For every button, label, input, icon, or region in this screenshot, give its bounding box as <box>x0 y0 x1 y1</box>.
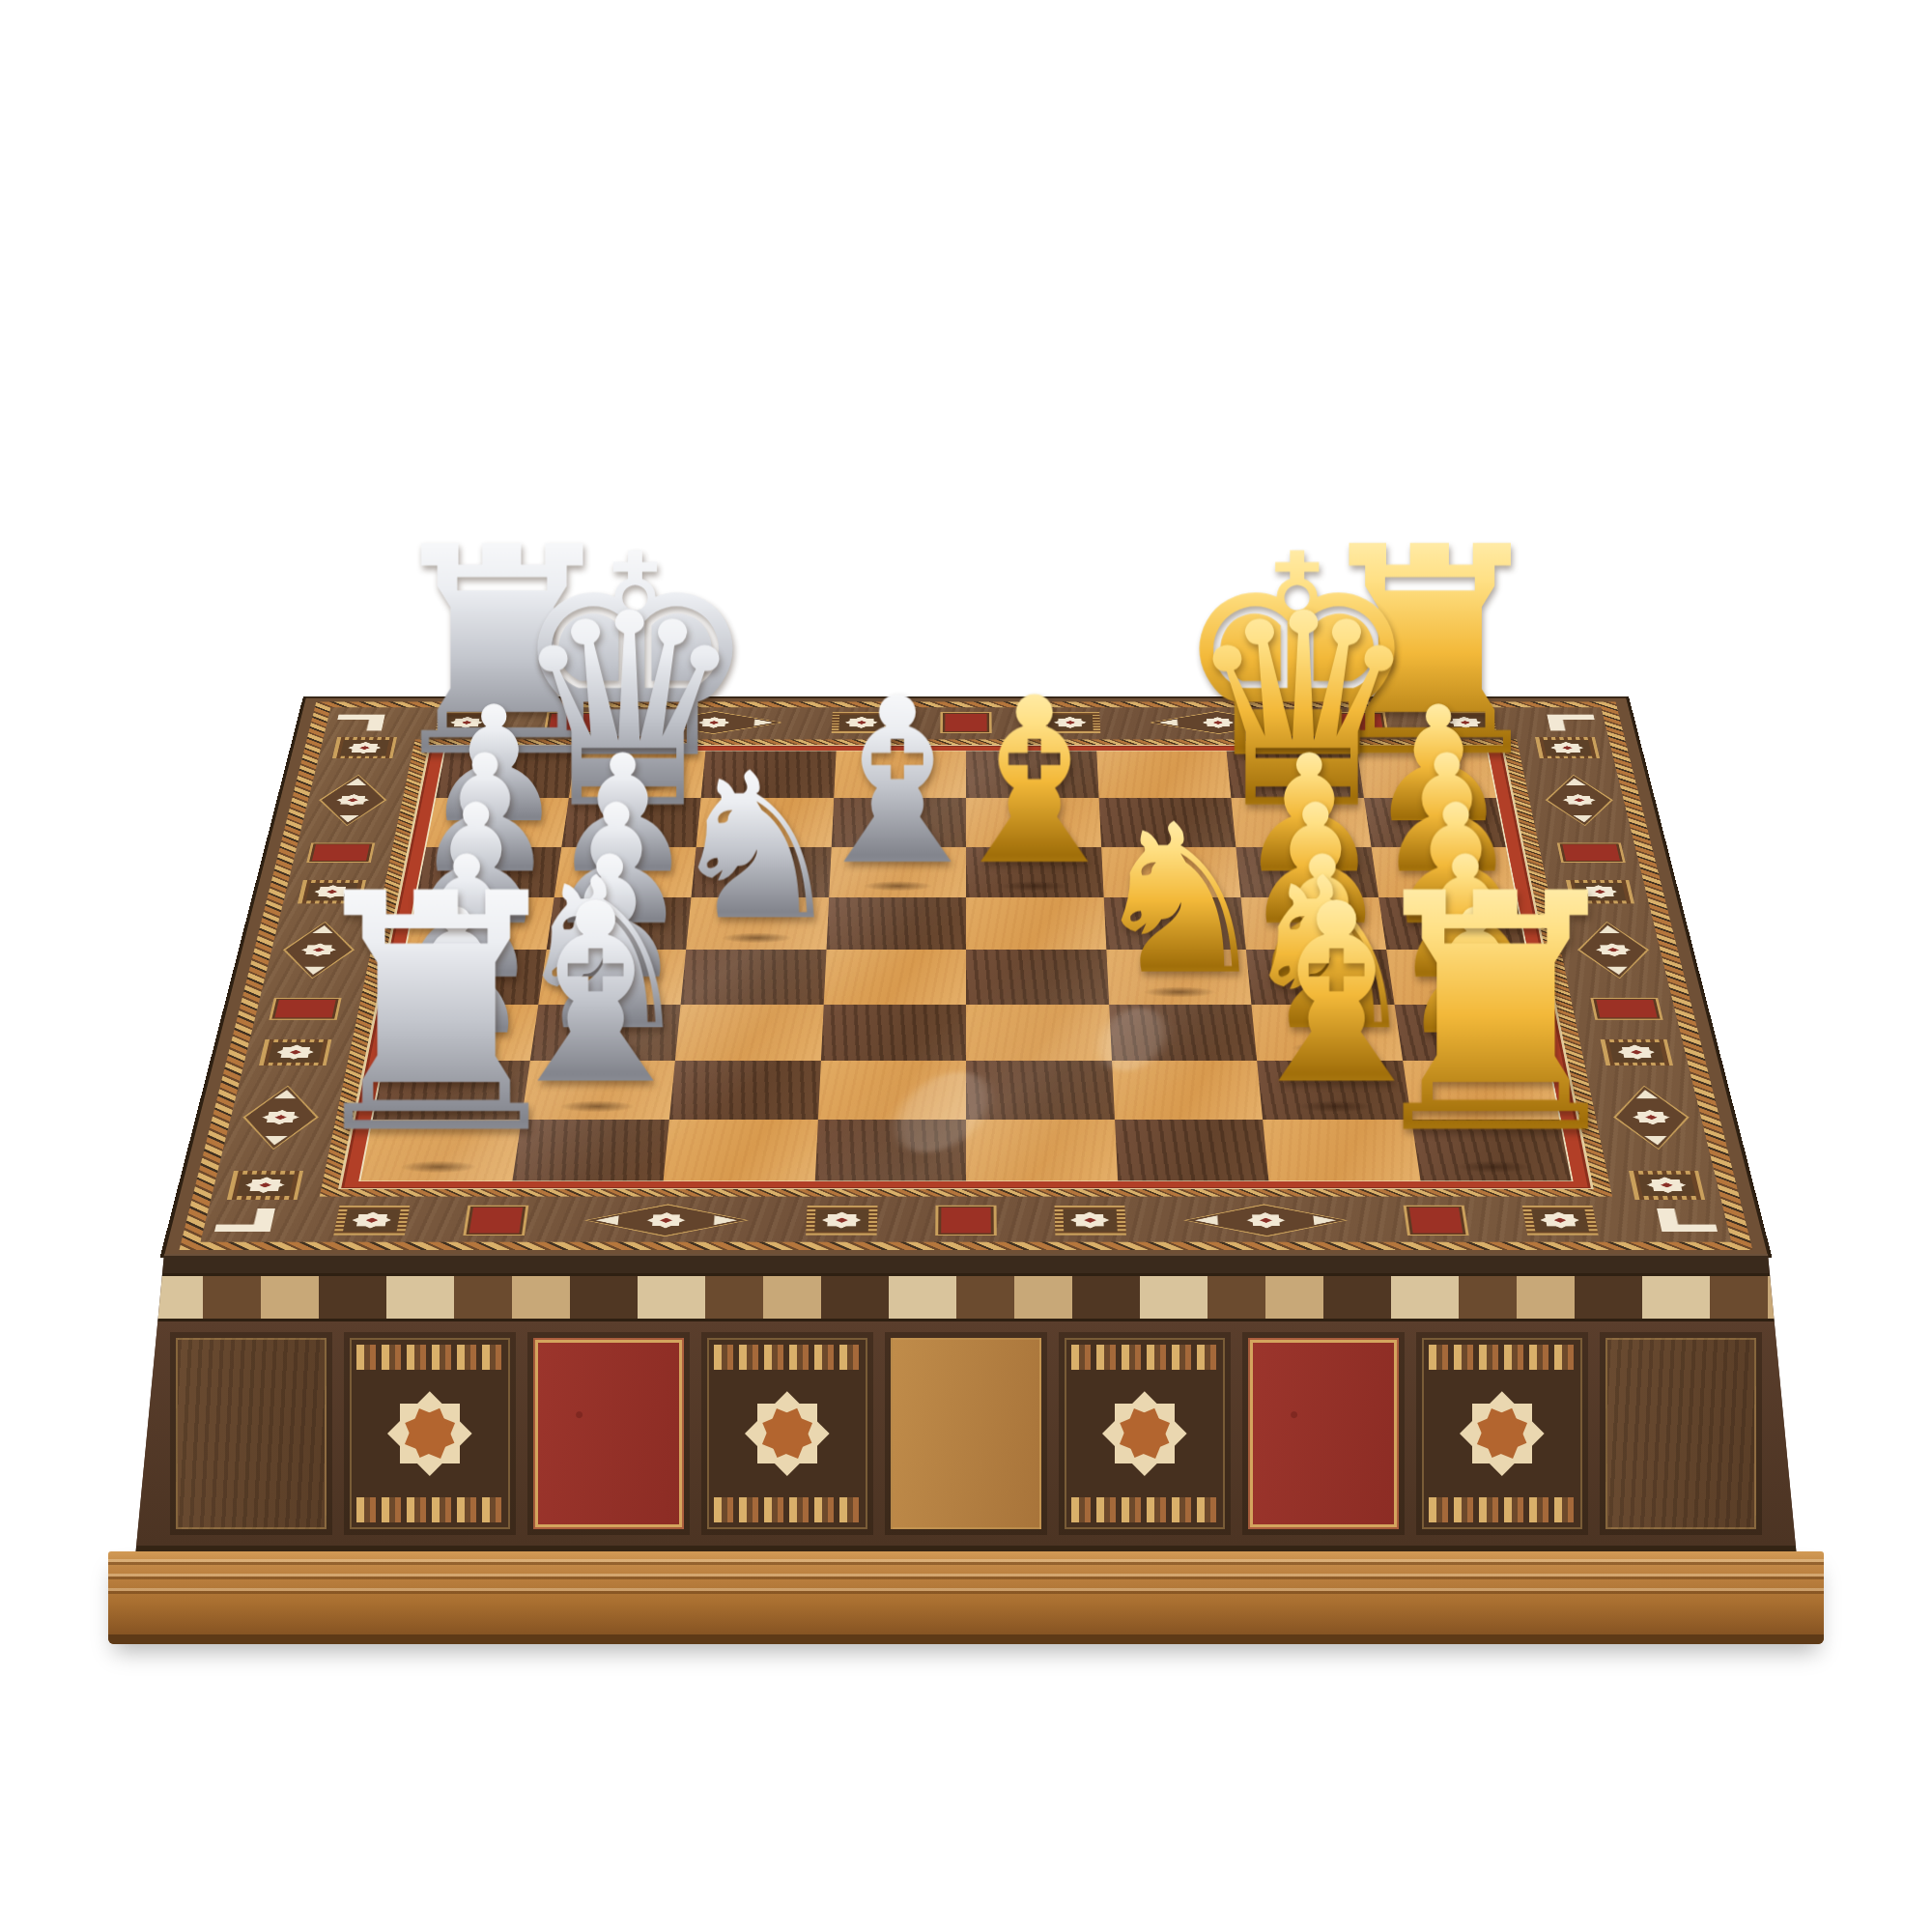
front-panel-mosaic <box>350 1338 510 1529</box>
square-f7[interactable] <box>1098 798 1236 846</box>
square-c1[interactable] <box>664 1120 818 1180</box>
square-g3[interactable] <box>1251 1005 1402 1062</box>
square-h1[interactable] <box>1411 1120 1572 1180</box>
red-inlay-tile <box>1404 1206 1469 1236</box>
diamond-star-inlay <box>1606 1086 1697 1150</box>
diamond-star-inlay <box>1540 775 1619 826</box>
star-inlay-tile <box>832 712 892 733</box>
star-inlay-tile <box>806 1206 877 1236</box>
star-inlay-tile <box>1054 1206 1125 1236</box>
square-c4[interactable] <box>681 950 826 1004</box>
square-a2[interactable] <box>373 1061 530 1120</box>
square-d1[interactable] <box>814 1120 966 1180</box>
chess-box-photo: ♜♚♛♟♟♟♟♟♟♟♟♞♝♜♞♝♜♚♛♟♟♟♟♟♟♟♟♞♝♜♞♝ <box>0 0 1932 1932</box>
square-g1[interactable] <box>1263 1120 1420 1180</box>
diamond-star-inlay <box>1182 1204 1350 1236</box>
front-panel-walnut <box>176 1338 327 1529</box>
square-c7[interactable] <box>696 798 834 846</box>
star-inlay-tile <box>1601 1039 1673 1065</box>
star-inlay-tile <box>259 1039 331 1065</box>
square-d7[interactable] <box>831 798 966 846</box>
square-c6[interactable] <box>691 847 831 897</box>
front-panel-red <box>1248 1338 1399 1529</box>
red-inlay-tile <box>1590 998 1662 1020</box>
square-a4[interactable] <box>395 950 546 1004</box>
square-h4[interactable] <box>1386 950 1537 1004</box>
front-panel-red <box>533 1338 684 1529</box>
star-inlay-tile <box>227 1171 303 1200</box>
square-e4[interactable] <box>966 950 1109 1004</box>
square-b6[interactable] <box>554 847 696 897</box>
scene: ♜♚♛♟♟♟♟♟♟♟♟♞♝♜♞♝♜♚♛♟♟♟♟♟♟♟♟♞♝♜♞♝ <box>0 0 1932 1932</box>
square-h8[interactable] <box>1356 751 1495 798</box>
star-inlay-tile <box>1040 712 1100 733</box>
greek-key-corner-icon <box>1542 713 1603 732</box>
greek-key-corner-icon <box>329 713 390 732</box>
greek-key-corner-icon <box>1651 1207 1724 1235</box>
square-b7[interactable] <box>561 798 701 846</box>
star-inlay-tile <box>1434 712 1497 733</box>
square-a8[interactable] <box>436 751 575 798</box>
square-g8[interactable] <box>1227 751 1364 798</box>
square-h7[interactable] <box>1364 798 1506 846</box>
mosaic-strip-far <box>328 708 1604 736</box>
red-inlay-tile <box>463 1206 528 1236</box>
square-d5[interactable] <box>826 897 966 950</box>
square-g4[interactable] <box>1246 950 1394 1004</box>
plinth-molding <box>108 1559 1824 1594</box>
square-a5[interactable] <box>406 897 554 950</box>
square-e8[interactable] <box>966 751 1098 798</box>
diamond-star-inlay <box>313 775 392 826</box>
board-top: ♜♚♛♟♟♟♟♟♟♟♟♞♝♜♞♝♜♚♛♟♟♟♟♟♟♟♟♞♝♜♞♝ <box>164 698 1768 1256</box>
square-d2[interactable] <box>817 1061 966 1120</box>
front-panel-mosaic <box>1422 1338 1582 1529</box>
red-inlay-tile <box>935 1206 997 1236</box>
front-panel-row <box>135 1321 1797 1546</box>
square-e7[interactable] <box>966 798 1101 846</box>
diamond-star-inlay <box>276 922 361 979</box>
star-inlay-tile <box>1522 1206 1599 1236</box>
star-inlay-tile <box>298 880 366 903</box>
lid-seam <box>135 1254 1797 1273</box>
diamond-star-inlay <box>1572 922 1657 979</box>
square-a7[interactable] <box>426 798 568 846</box>
star-inlay-tile <box>1535 737 1600 758</box>
greek-key-corner-icon <box>208 1207 281 1235</box>
square-f1[interactable] <box>1115 1120 1269 1180</box>
square-f6[interactable] <box>1101 847 1241 897</box>
square-d6[interactable] <box>829 847 966 897</box>
square-f2[interactable] <box>1112 1061 1264 1120</box>
rim-checker-band <box>135 1273 1797 1321</box>
square-b8[interactable] <box>568 751 705 798</box>
square-b5[interactable] <box>546 897 691 950</box>
square-e3[interactable] <box>966 1005 1112 1062</box>
square-g6[interactable] <box>1236 847 1378 897</box>
square-a6[interactable] <box>416 847 561 897</box>
square-e1[interactable] <box>966 1120 1118 1180</box>
square-c3[interactable] <box>675 1005 823 1062</box>
square-c5[interactable] <box>686 897 829 950</box>
red-inlay-tile <box>543 712 598 733</box>
square-e6[interactable] <box>966 847 1103 897</box>
square-g5[interactable] <box>1241 897 1386 950</box>
checkerboard <box>360 751 1571 1180</box>
square-c8[interactable] <box>701 751 837 798</box>
square-f3[interactable] <box>1109 1005 1257 1062</box>
square-f8[interactable] <box>1096 751 1232 798</box>
square-d8[interactable] <box>834 751 966 798</box>
square-d4[interactable] <box>823 950 966 1004</box>
front-panel-tan <box>891 1338 1041 1529</box>
plinth-base <box>108 1551 1824 1644</box>
square-c2[interactable] <box>669 1061 821 1120</box>
front-panel-mosaic <box>707 1338 867 1529</box>
square-f5[interactable] <box>1103 897 1246 950</box>
square-f4[interactable] <box>1106 950 1251 1004</box>
square-b4[interactable] <box>538 950 686 1004</box>
square-h6[interactable] <box>1371 847 1516 897</box>
red-inlay-tile <box>306 842 375 863</box>
square-b3[interactable] <box>529 1005 680 1062</box>
square-e5[interactable] <box>966 897 1106 950</box>
square-b2[interactable] <box>521 1061 675 1120</box>
star-inlay-tile <box>333 1206 410 1236</box>
diamond-star-inlay <box>582 1204 750 1236</box>
mosaic-strip-near <box>207 1201 1725 1240</box>
front-panel-mosaic <box>1065 1338 1225 1529</box>
square-d3[interactable] <box>820 1005 966 1062</box>
square-h3[interactable] <box>1394 1005 1548 1062</box>
red-inlay-tile <box>940 712 991 733</box>
square-b1[interactable] <box>512 1120 669 1180</box>
square-e2[interactable] <box>966 1061 1115 1120</box>
star-inlay-tile <box>1629 1171 1705 1200</box>
square-g2[interactable] <box>1257 1061 1411 1120</box>
front-panel-walnut <box>1605 1338 1756 1529</box>
star-inlay-tile <box>435 712 498 733</box>
box-front <box>135 1254 1797 1557</box>
square-g7[interactable] <box>1231 798 1371 846</box>
red-inlay-tile <box>1334 712 1389 733</box>
diamond-star-inlay <box>235 1086 326 1150</box>
red-inlay-tile <box>1557 842 1626 863</box>
diamond-star-inlay <box>1148 711 1288 734</box>
star-inlay-tile <box>332 737 397 758</box>
red-inlay-tile <box>269 998 341 1020</box>
square-h2[interactable] <box>1403 1061 1560 1120</box>
diamond-star-inlay <box>643 711 783 734</box>
square-a3[interactable] <box>384 1005 538 1062</box>
square-h5[interactable] <box>1378 897 1526 950</box>
star-inlay-tile <box>1566 880 1634 903</box>
square-a1[interactable] <box>360 1120 521 1180</box>
